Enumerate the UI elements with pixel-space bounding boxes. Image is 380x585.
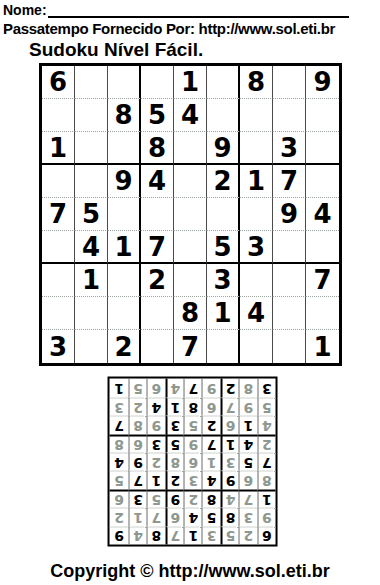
given-digit-r3c1: 1 [42,132,75,165]
empty-cell-r5c7[interactable] [240,198,273,231]
solution-cell-r3c9: 6 [110,489,128,507]
solution-cell-r9c8: 5 [128,379,146,397]
solution-cell-r1c1: 6 [257,526,275,544]
given-digit-r7c9: 7 [306,264,339,297]
solution-cell-r9c7: 6 [147,379,165,397]
given-digit-r8c5: 8 [174,297,207,330]
solution-cell-r1c2: 2 [239,526,257,544]
solution-cell-r2c3: 8 [220,508,238,526]
given-digit-r8c7: 4 [240,297,273,330]
empty-cell-r1c3[interactable] [108,66,141,99]
given-digit-r5c2: 5 [75,198,108,231]
empty-cell-r7c1[interactable] [42,264,75,297]
puzzle-title: Sudoku Nível Fácil. [29,39,203,61]
solution-cell-r6c3: 1 [220,434,238,452]
solution-cell-r1c6: 7 [165,526,183,544]
empty-cell-r8c2[interactable] [75,297,108,330]
solution-cell-r9c6: 4 [165,379,183,397]
sudoku-puzzle-grid: 618985418939421775944175312378143271 [39,63,342,366]
empty-cell-r2c2[interactable] [75,99,108,132]
empty-cell-r3c9[interactable] [306,132,339,165]
solution-cell-r1c4: 3 [202,526,220,544]
solution-cell-r9c5: 7 [184,379,202,397]
solution-cell-r2c5: 4 [184,508,202,526]
solution-cell-r7c1: 4 [257,416,275,434]
given-digit-r7c4: 2 [141,264,174,297]
empty-cell-r7c8[interactable] [273,264,306,297]
solution-cell-r5c6: 8 [165,453,183,471]
given-digit-r1c9: 9 [306,66,339,99]
solution-cell-r6c5: 9 [184,434,202,452]
solution-cell-r8c7: 4 [147,397,165,415]
solution-cell-r2c8: 1 [128,508,146,526]
empty-cell-r2c7[interactable] [240,99,273,132]
empty-cell-r5c5[interactable] [174,198,207,231]
solution-cell-r8c5: 8 [184,397,202,415]
given-digit-r2c4: 5 [141,99,174,132]
empty-cell-r6c8[interactable] [273,231,306,264]
empty-cell-r7c5[interactable] [174,264,207,297]
name-field-row: Nome: [3,2,349,18]
empty-cell-r1c2[interactable] [75,66,108,99]
empty-cell-r9c8[interactable] [273,330,306,363]
solution-cell-r4c2: 6 [239,471,257,489]
given-digit-r4c4: 4 [141,165,174,198]
solution-cell-r2c7: 7 [147,508,165,526]
solution-cell-r4c1: 8 [257,471,275,489]
empty-cell-r9c7[interactable] [240,330,273,363]
given-digit-r6c4: 7 [141,231,174,264]
empty-cell-r8c9[interactable] [306,297,339,330]
solution-cell-r8c8: 2 [128,397,146,415]
solution-cell-r4c7: 1 [147,471,165,489]
given-digit-r9c1: 3 [42,330,75,363]
given-digit-r1c1: 6 [42,66,75,99]
solution-cell-r5c5: 6 [184,453,202,471]
solution-cell-r2c2: 3 [239,508,257,526]
solution-cell-r4c9: 5 [110,471,128,489]
empty-cell-r3c2[interactable] [75,132,108,165]
solution-cell-r7c3: 6 [220,416,238,434]
solution-cell-r6c7: 3 [147,434,165,452]
given-digit-r6c2: 4 [75,231,108,264]
empty-cell-r1c8[interactable] [273,66,306,99]
empty-cell-r4c2[interactable] [75,165,108,198]
empty-cell-r7c7[interactable] [240,264,273,297]
given-digit-r4c6: 2 [207,165,240,198]
solution-cell-r4c6: 2 [165,471,183,489]
empty-cell-r8c8[interactable] [273,297,306,330]
solution-cell-r6c9: 8 [110,434,128,452]
solution-cell-r6c1: 2 [257,434,275,452]
given-digit-r1c5: 1 [174,66,207,99]
solution-cell-r1c8: 4 [128,526,146,544]
solution-cell-r1c7: 8 [147,526,165,544]
solution-cell-r4c5: 3 [184,471,202,489]
solution-cell-r8c9: 3 [110,397,128,415]
given-digit-r6c7: 3 [240,231,273,264]
solution-cell-r4c3: 9 [220,471,238,489]
empty-cell-r5c3[interactable] [108,198,141,231]
empty-cell-r6c9[interactable] [306,231,339,264]
empty-cell-r5c6[interactable] [207,198,240,231]
sudoku-solution-grid-rotated-180: 6253178499385467121748295368694321757531… [108,377,278,547]
solution-cell-r7c2: 1 [239,416,257,434]
solution-cell-r8c1: 5 [257,397,275,415]
given-digit-r3c4: 8 [141,132,174,165]
solution-cell-r2c1: 9 [257,508,275,526]
empty-cell-r8c4[interactable] [141,297,174,330]
solution-cell-r7c4: 2 [202,416,220,434]
solution-cell-r3c8: 3 [128,489,146,507]
empty-cell-r7c3[interactable] [108,264,141,297]
solution-cell-r3c3: 4 [220,489,238,507]
empty-cell-r6c5[interactable] [174,231,207,264]
given-digit-r4c8: 7 [273,165,306,198]
empty-cell-r9c6[interactable] [207,330,240,363]
solution-cell-r7c8: 8 [128,416,146,434]
given-digit-r5c8: 9 [273,198,306,231]
solution-cell-r5c3: 3 [220,453,238,471]
given-digit-r9c3: 2 [108,330,141,363]
solution-cell-r1c5: 1 [184,526,202,544]
sudoku-worksheet-page: Nome: Passatempo Fornecido Por: http://w… [0,0,380,585]
solution-cell-r7c9: 7 [110,416,128,434]
empty-cell-r2c6[interactable] [207,99,240,132]
solution-cell-r2c9: 2 [110,508,128,526]
solution-cell-r5c7: 2 [147,453,165,471]
empty-cell-r3c7[interactable] [240,132,273,165]
empty-cell-r5c4[interactable] [141,198,174,231]
name-label: Nome: [3,2,47,18]
solution-cell-r9c4: 9 [202,379,220,397]
given-digit-r6c3: 1 [108,231,141,264]
solution-cell-r3c1: 1 [257,489,275,507]
empty-cell-r9c2[interactable] [75,330,108,363]
given-digit-r3c8: 3 [273,132,306,165]
empty-cell-r1c4[interactable] [141,66,174,99]
given-digit-r3c6: 9 [207,132,240,165]
solution-cell-r8c2: 9 [239,397,257,415]
solution-cell-r4c4: 4 [202,471,220,489]
solution-cell-r2c6: 6 [165,508,183,526]
solution-cell-r2c4: 5 [202,508,220,526]
solution-cell-r9c1: 3 [257,379,275,397]
solution-cell-r9c9: 1 [110,379,128,397]
solution-cell-r4c8: 7 [128,471,146,489]
name-fill-line[interactable] [48,3,349,18]
solution-cell-r7c6: 3 [165,416,183,434]
solution-cell-r5c2: 5 [239,453,257,471]
solution-cell-r9c2: 8 [239,379,257,397]
solution-cell-r5c8: 9 [128,453,146,471]
given-digit-r6c6: 5 [207,231,240,264]
solution-cell-r3c6: 9 [165,489,183,507]
empty-cell-r3c3[interactable] [108,132,141,165]
solution-cell-r3c5: 2 [184,489,202,507]
given-digit-r7c6: 3 [207,264,240,297]
solution-cell-r8c3: 7 [220,397,238,415]
solution-cell-r8c6: 1 [165,397,183,415]
given-digit-r4c3: 9 [108,165,141,198]
given-digit-r8c6: 1 [207,297,240,330]
empty-cell-r4c5[interactable] [174,165,207,198]
solution-cell-r6c4: 7 [202,434,220,452]
solution-cell-r3c4: 8 [202,489,220,507]
empty-cell-r6c1[interactable] [42,231,75,264]
given-digit-r7c2: 1 [75,264,108,297]
given-digit-r5c9: 4 [306,198,339,231]
solution-cell-r3c7: 5 [147,489,165,507]
empty-cell-r1c6[interactable] [207,66,240,99]
given-digit-r9c5: 7 [174,330,207,363]
given-digit-r2c5: 4 [174,99,207,132]
solution-cell-r5c9: 4 [110,453,128,471]
empty-cell-r4c9[interactable] [306,165,339,198]
solution-cell-r7c5: 5 [184,416,202,434]
solution-cell-r8c4: 6 [202,397,220,415]
solution-cell-r5c4: 1 [202,453,220,471]
empty-cell-r3c5[interactable] [174,132,207,165]
solution-cell-r1c3: 5 [220,526,238,544]
copyright-line: Copyright © http://www.sol.eti.br [0,561,380,582]
solution-cell-r7c7: 9 [147,416,165,434]
solution-cell-r9c3: 2 [220,379,238,397]
solution-cell-r3c2: 7 [239,489,257,507]
empty-cell-r2c8[interactable] [273,99,306,132]
solution-cell-r5c1: 7 [257,453,275,471]
given-digit-r2c3: 8 [108,99,141,132]
given-digit-r4c7: 1 [240,165,273,198]
provided-by-line: Passatempo Fornecido Por: http://www.sol… [3,20,335,37]
empty-cell-r2c9[interactable] [306,99,339,132]
solution-cell-r6c2: 4 [239,434,257,452]
solution-cell-r1c9: 9 [110,526,128,544]
solution-cell-r6c8: 6 [128,434,146,452]
empty-cell-r9c4[interactable] [141,330,174,363]
given-digit-r5c1: 7 [42,198,75,231]
empty-cell-r4c1[interactable] [42,165,75,198]
empty-cell-r2c1[interactable] [42,99,75,132]
given-digit-r1c7: 8 [240,66,273,99]
empty-cell-r8c1[interactable] [42,297,75,330]
empty-cell-r8c3[interactable] [108,297,141,330]
given-digit-r9c9: 1 [306,330,339,363]
solution-cell-r6c6: 5 [165,434,183,452]
